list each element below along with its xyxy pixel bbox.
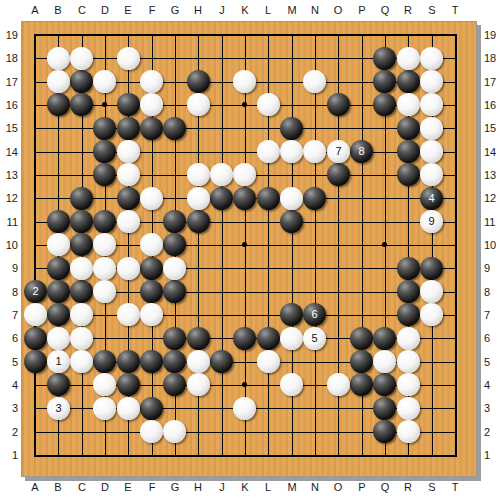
row-label-left: 5 [1,356,18,368]
col-label-top: B [48,4,68,16]
col-label-bottom: R [398,481,418,493]
stone-black-H11[interactable] [187,210,210,233]
stone-white-C7[interactable] [70,303,93,326]
stone-white-F2[interactable] [140,420,163,443]
row-label-left: 1 [1,449,18,461]
col-label-top: Q [375,4,395,16]
stone-black-C17[interactable] [70,70,93,93]
stone-white-M4[interactable] [280,373,303,396]
stone-white-B18[interactable] [47,47,70,70]
stone-white-B3[interactable]: 3 [47,397,70,420]
col-label-bottom: T [445,481,465,493]
stone-black-R7[interactable] [397,303,420,326]
col-label-bottom: E [118,481,138,493]
stone-white-F12[interactable] [140,187,163,210]
col-label-top: F [142,4,162,16]
stone-white-R4[interactable] [397,373,420,396]
col-label-top: A [25,4,45,16]
stone-black-B9[interactable] [47,257,70,280]
row-label-right: 11 [484,216,500,228]
row-label-left: 13 [1,169,18,181]
stone-white-S16[interactable] [420,93,443,116]
stone-black-F3[interactable] [140,397,163,420]
col-label-top: N [305,4,325,16]
row-label-right: 3 [484,402,500,414]
stone-black-M11[interactable] [280,210,303,233]
stone-white-K3[interactable] [233,397,256,420]
stone-black-D14[interactable] [93,140,116,163]
stone-white-E18[interactable] [117,47,140,70]
stone-black-O16[interactable] [327,93,350,116]
stone-black-B7[interactable] [47,303,70,326]
stone-white-D17[interactable] [93,70,116,93]
stone-white-M6[interactable] [280,327,303,350]
stone-black-R9[interactable] [397,257,420,280]
stone-white-D8[interactable] [93,280,116,303]
stone-black-A8[interactable]: 2 [24,280,47,303]
stone-black-R15[interactable] [397,117,420,140]
stone-black-K12[interactable] [233,187,256,210]
stone-black-C10[interactable] [70,233,93,256]
stone-black-B8[interactable] [47,280,70,303]
stone-black-R14[interactable] [397,140,420,163]
stone-black-E4[interactable] [117,373,140,396]
row-label-right: 4 [484,379,500,391]
stone-black-E12[interactable] [117,187,140,210]
col-label-bottom: J [212,481,232,493]
stone-black-Q18[interactable] [373,47,396,70]
stone-black-E16[interactable] [117,93,140,116]
col-label-bottom: N [305,481,325,493]
row-label-left: 18 [1,52,18,64]
stone-black-C8[interactable] [70,280,93,303]
row-label-right: 10 [484,239,500,251]
stone-black-R8[interactable] [397,280,420,303]
stone-white-D3[interactable] [93,397,116,420]
star-point [242,382,247,387]
stone-black-D11[interactable] [93,210,116,233]
stone-white-S17[interactable] [420,70,443,93]
stone-black-N12[interactable] [303,187,326,210]
stone-white-H16[interactable] [187,93,210,116]
stone-black-Q4[interactable] [373,373,396,396]
col-label-top: H [188,4,208,16]
stone-black-G10[interactable] [163,233,186,256]
stone-white-F7[interactable] [140,303,163,326]
stone-white-S15[interactable] [420,117,443,140]
row-label-left: 7 [1,309,18,321]
col-label-top: J [212,4,232,16]
stone-white-S11[interactable]: 9 [420,210,443,233]
col-label-bottom: S [422,481,442,493]
col-label-top: R [398,4,418,16]
stone-white-R6[interactable] [397,327,420,350]
col-label-bottom: A [25,481,45,493]
star-point [102,102,107,107]
stone-black-B11[interactable] [47,210,70,233]
stone-black-M15[interactable] [280,117,303,140]
stone-white-M14[interactable] [280,140,303,163]
stone-white-K13[interactable] [233,163,256,186]
stone-white-E14[interactable] [117,140,140,163]
stone-white-H5[interactable] [187,350,210,373]
stone-white-N6[interactable]: 5 [303,327,326,350]
row-label-right: 2 [484,426,500,438]
stone-black-H6[interactable] [187,327,210,350]
stone-black-D13[interactable] [93,163,116,186]
row-label-right: 1 [484,449,500,461]
stone-black-P14[interactable]: 8 [350,140,373,163]
stone-black-F9[interactable] [140,257,163,280]
stone-white-E13[interactable] [117,163,140,186]
stone-black-N7[interactable]: 6 [303,303,326,326]
row-label-right: 12 [484,192,500,204]
stone-white-S18[interactable] [420,47,443,70]
stone-white-E7[interactable] [117,303,140,326]
stone-black-K6[interactable] [233,327,256,350]
stone-white-B10[interactable] [47,233,70,256]
stone-black-P4[interactable] [350,373,373,396]
col-label-top: T [445,4,465,16]
stone-black-S9[interactable] [420,257,443,280]
row-label-right: 16 [484,99,500,111]
stone-white-E9[interactable] [117,257,140,280]
stone-white-D10[interactable] [93,233,116,256]
stone-black-O13[interactable] [327,163,350,186]
stone-white-O4[interactable] [327,373,350,396]
col-label-bottom: G [165,481,185,493]
stone-white-S13[interactable] [420,163,443,186]
col-label-top: K [235,4,255,16]
stone-white-C5[interactable] [70,350,93,373]
col-label-top: O [328,4,348,16]
row-label-right: 18 [484,52,500,64]
stone-black-M7[interactable] [280,303,303,326]
col-label-top: L [258,4,278,16]
col-label-bottom: K [235,481,255,493]
stone-white-L5[interactable] [257,350,280,373]
row-label-left: 10 [1,239,18,251]
stone-black-Q3[interactable] [373,397,396,420]
row-label-left: 19 [1,29,18,41]
stone-black-P6[interactable] [350,327,373,350]
col-label-bottom: P [352,481,372,493]
stone-white-G9[interactable] [163,257,186,280]
col-label-top: S [422,4,442,16]
stone-black-R13[interactable] [397,163,420,186]
star-point [382,242,387,247]
col-label-bottom: Q [375,481,395,493]
stone-black-S12[interactable]: 4 [420,187,443,210]
row-label-right: 13 [484,169,500,181]
stone-white-M12[interactable] [280,187,303,210]
row-label-right: 7 [484,309,500,321]
row-label-left: 9 [1,262,18,274]
stone-white-D4[interactable] [93,373,116,396]
stone-black-D5[interactable] [93,350,116,373]
stone-white-E3[interactable] [117,397,140,420]
row-label-right: 14 [484,146,500,158]
stone-black-C12[interactable] [70,187,93,210]
stone-black-A6[interactable] [24,327,47,350]
stone-black-J12[interactable] [210,187,233,210]
stone-white-F16[interactable] [140,93,163,116]
row-label-right: 8 [484,286,500,298]
col-label-top: M [282,4,302,16]
row-label-left: 3 [1,402,18,414]
col-label-bottom: B [48,481,68,493]
row-label-left: 12 [1,192,18,204]
stone-black-Q6[interactable] [373,327,396,350]
stone-white-C6[interactable] [70,327,93,350]
col-label-bottom: D [95,481,115,493]
col-label-bottom: H [188,481,208,493]
stone-black-G4[interactable] [163,373,186,396]
stone-black-Q2[interactable] [373,420,396,443]
stone-white-Q5[interactable] [373,350,396,373]
row-label-right: 17 [484,76,500,88]
stone-black-C16[interactable] [70,93,93,116]
row-label-right: 19 [484,29,500,41]
stone-black-L6[interactable] [257,327,280,350]
row-label-left: 16 [1,99,18,111]
stone-black-F15[interactable] [140,117,163,140]
stone-white-S14[interactable] [420,140,443,163]
stone-black-R17[interactable] [397,70,420,93]
row-label-left: 17 [1,76,18,88]
stone-white-B6[interactable] [47,327,70,350]
go-board-screenshot: AABBCCDDEEFFGGHHJJKKLLMMNNOOPPQQRRSSTT19… [0,0,500,500]
stone-black-G8[interactable] [163,280,186,303]
row-label-left: 6 [1,332,18,344]
col-label-top: P [352,4,372,16]
stone-black-B16[interactable] [47,93,70,116]
stone-white-R2[interactable] [397,420,420,443]
row-label-right: 9 [484,262,500,274]
stone-black-B4[interactable] [47,373,70,396]
row-label-right: 15 [484,122,500,134]
stone-white-F10[interactable] [140,233,163,256]
stone-black-F8[interactable] [140,280,163,303]
star-point [242,242,247,247]
col-label-bottom: F [142,481,162,493]
stone-white-B5[interactable]: 1 [47,350,70,373]
col-label-top: D [95,4,115,16]
stone-white-H4[interactable] [187,373,210,396]
stone-black-Q16[interactable] [373,93,396,116]
stone-white-C9[interactable] [70,257,93,280]
stone-white-K17[interactable] [233,70,256,93]
stone-white-E11[interactable] [117,210,140,233]
row-label-right: 5 [484,356,500,368]
stone-white-S8[interactable] [420,280,443,303]
stone-black-G5[interactable] [163,350,186,373]
row-label-right: 6 [484,332,500,344]
stone-black-P5[interactable] [350,350,373,373]
stone-black-G15[interactable] [163,117,186,140]
stone-white-G2[interactable] [163,420,186,443]
col-label-top: C [72,4,92,16]
stone-black-E15[interactable] [117,117,140,140]
stone-white-O14[interactable]: 7 [327,140,350,163]
stone-white-H13[interactable] [187,163,210,186]
stone-black-F5[interactable] [140,350,163,373]
col-label-top: E [118,4,138,16]
stone-white-R18[interactable] [397,47,420,70]
stone-white-F17[interactable] [140,70,163,93]
stone-black-Q17[interactable] [373,70,396,93]
row-label-left: 4 [1,379,18,391]
stone-white-S7[interactable] [420,303,443,326]
stone-white-R3[interactable] [397,397,420,420]
row-label-left: 14 [1,146,18,158]
col-label-bottom: C [72,481,92,493]
star-point [242,102,247,107]
row-label-left: 11 [1,216,18,228]
stone-white-L16[interactable] [257,93,280,116]
stone-black-G6[interactable] [163,327,186,350]
stone-black-G11[interactable] [163,210,186,233]
stone-white-L14[interactable] [257,140,280,163]
stone-white-N14[interactable] [303,140,326,163]
row-label-left: 8 [1,286,18,298]
stone-white-N17[interactable] [303,70,326,93]
stone-white-D9[interactable] [93,257,116,280]
stone-white-B17[interactable] [47,70,70,93]
row-label-left: 2 [1,426,18,438]
stone-white-C18[interactable] [70,47,93,70]
row-label-left: 15 [1,122,18,134]
stone-white-A7[interactable] [24,303,47,326]
col-label-top: G [165,4,185,16]
col-label-bottom: O [328,481,348,493]
stone-black-H17[interactable] [187,70,210,93]
stone-black-J5[interactable] [210,350,233,373]
stone-black-D15[interactable] [93,117,116,140]
stone-black-C11[interactable] [70,210,93,233]
stone-white-J13[interactable] [210,163,233,186]
col-label-bottom: M [282,481,302,493]
stone-white-R16[interactable] [397,93,420,116]
stone-black-A5[interactable] [24,350,47,373]
stone-white-H12[interactable] [187,187,210,210]
stone-white-R5[interactable] [397,350,420,373]
stone-black-L12[interactable] [257,187,280,210]
col-label-bottom: L [258,481,278,493]
stone-black-E5[interactable] [117,350,140,373]
